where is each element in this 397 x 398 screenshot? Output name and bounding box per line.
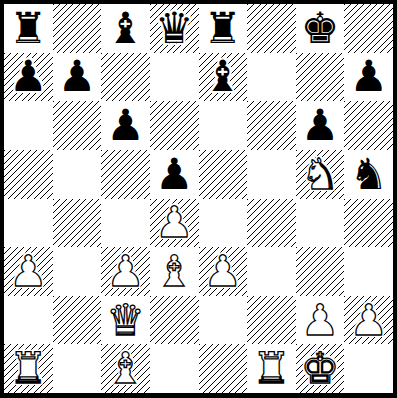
square-e3[interactable]: ♟ [199, 247, 248, 296]
square-h1[interactable] [344, 344, 393, 393]
square-c3[interactable]: ♟ [101, 247, 150, 296]
square-a1[interactable]: ♜ [4, 344, 53, 393]
square-g8[interactable]: ♚ [296, 4, 345, 53]
piece-white-rook-f1: ♜ [252, 347, 291, 390]
square-c6[interactable]: ♟ [101, 101, 150, 150]
piece-white-knight-g5: ♞ [301, 153, 340, 196]
square-b7[interactable]: ♟ [53, 53, 102, 102]
square-g3[interactable] [296, 247, 345, 296]
square-c4[interactable] [101, 199, 150, 248]
square-a2[interactable] [4, 296, 53, 345]
square-d7[interactable] [150, 53, 199, 102]
piece-black-king-g8: ♚ [301, 7, 340, 50]
square-h4[interactable] [344, 199, 393, 248]
square-h2[interactable]: ♟ [344, 296, 393, 345]
chess-board: ♜♝♛♜♚♟♟♝♟♟♟♟♞♞♟♟♟♝♟♛♟♟♜♝♜♚ [4, 4, 393, 393]
piece-black-bishop-e7: ♝ [204, 55, 243, 98]
piece-white-king-g1: ♚ [301, 347, 340, 390]
piece-white-pawn-a3: ♟ [9, 250, 48, 293]
square-h7[interactable]: ♟ [344, 53, 393, 102]
piece-black-bishop-c8: ♝ [106, 7, 145, 50]
square-c8[interactable]: ♝ [101, 4, 150, 53]
piece-white-pawn-c3: ♟ [106, 250, 145, 293]
piece-black-rook-a8: ♜ [9, 7, 48, 50]
square-f5[interactable] [247, 150, 296, 199]
square-f6[interactable] [247, 101, 296, 150]
square-a8[interactable]: ♜ [4, 4, 53, 53]
square-e8[interactable]: ♜ [199, 4, 248, 53]
square-a6[interactable] [4, 101, 53, 150]
square-f7[interactable] [247, 53, 296, 102]
square-g6[interactable]: ♟ [296, 101, 345, 150]
square-b2[interactable] [53, 296, 102, 345]
piece-black-queen-d8: ♛ [155, 7, 194, 50]
square-e7[interactable]: ♝ [199, 53, 248, 102]
square-f2[interactable] [247, 296, 296, 345]
square-d4[interactable]: ♟ [150, 199, 199, 248]
square-g2[interactable]: ♟ [296, 296, 345, 345]
square-h6[interactable] [344, 101, 393, 150]
square-e6[interactable] [199, 101, 248, 150]
square-d6[interactable] [150, 101, 199, 150]
square-b5[interactable] [53, 150, 102, 199]
square-d2[interactable] [150, 296, 199, 345]
square-f4[interactable] [247, 199, 296, 248]
square-c5[interactable] [101, 150, 150, 199]
piece-white-pawn-d4: ♟ [155, 201, 194, 244]
piece-white-bishop-d3: ♝ [155, 250, 194, 293]
square-b8[interactable] [53, 4, 102, 53]
square-b4[interactable] [53, 199, 102, 248]
square-a3[interactable]: ♟ [4, 247, 53, 296]
square-d3[interactable]: ♝ [150, 247, 199, 296]
square-e4[interactable] [199, 199, 248, 248]
piece-white-bishop-c1: ♝ [106, 347, 145, 390]
square-a4[interactable] [4, 199, 53, 248]
piece-white-pawn-h2: ♟ [349, 299, 388, 342]
square-h8[interactable] [344, 4, 393, 53]
square-e5[interactable] [199, 150, 248, 199]
square-g7[interactable] [296, 53, 345, 102]
square-c2[interactable]: ♛ [101, 296, 150, 345]
square-g5[interactable]: ♞ [296, 150, 345, 199]
piece-black-rook-e8: ♜ [204, 7, 243, 50]
square-a7[interactable]: ♟ [4, 53, 53, 102]
square-b1[interactable] [53, 344, 102, 393]
piece-white-queen-c2: ♛ [106, 299, 145, 342]
piece-black-pawn-a7: ♟ [9, 55, 48, 98]
square-c7[interactable] [101, 53, 150, 102]
piece-black-pawn-h7: ♟ [349, 55, 388, 98]
square-f8[interactable] [247, 4, 296, 53]
piece-white-rook-a1: ♜ [9, 347, 48, 390]
square-d1[interactable] [150, 344, 199, 393]
square-g1[interactable]: ♚ [296, 344, 345, 393]
piece-black-pawn-c6: ♟ [106, 104, 145, 147]
square-b6[interactable] [53, 101, 102, 150]
piece-white-pawn-e3: ♟ [204, 250, 243, 293]
piece-white-pawn-g2: ♟ [301, 299, 340, 342]
square-f3[interactable] [247, 247, 296, 296]
square-f1[interactable]: ♜ [247, 344, 296, 393]
square-h3[interactable] [344, 247, 393, 296]
square-g4[interactable] [296, 199, 345, 248]
piece-black-pawn-d5: ♟ [155, 153, 194, 196]
piece-black-pawn-g6: ♟ [301, 104, 340, 147]
square-h5[interactable]: ♞ [344, 150, 393, 199]
square-c1[interactable]: ♝ [101, 344, 150, 393]
square-b3[interactable] [53, 247, 102, 296]
square-e2[interactable] [199, 296, 248, 345]
square-d8[interactable]: ♛ [150, 4, 199, 53]
chess-board-frame: ♜♝♛♜♚♟♟♝♟♟♟♟♞♞♟♟♟♝♟♛♟♟♜♝♜♚ [0, 0, 397, 398]
square-e1[interactable] [199, 344, 248, 393]
square-d5[interactable]: ♟ [150, 150, 199, 199]
square-a5[interactable] [4, 150, 53, 199]
piece-black-knight-h5: ♞ [349, 153, 388, 196]
piece-black-pawn-b7: ♟ [58, 55, 97, 98]
